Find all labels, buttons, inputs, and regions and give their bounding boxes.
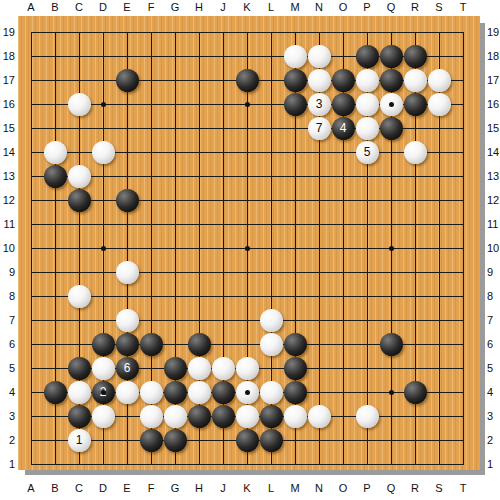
stone-black[interactable] <box>116 69 139 92</box>
row-label: 15 <box>0 116 15 140</box>
column-label: A <box>19 479 43 497</box>
column-label: P <box>355 479 379 497</box>
column-label: K <box>235 479 259 497</box>
column-label: B <box>43 479 67 497</box>
stone-black[interactable]: 6 <box>116 357 139 380</box>
coords-bottom: ABCDEFGHJKLMNOPQRST <box>19 479 475 497</box>
column-label: L <box>259 479 283 497</box>
stone-white[interactable]: 1 <box>68 429 91 452</box>
row-label: 14 <box>0 140 15 164</box>
column-label: D <box>91 0 115 16</box>
coords-top: ABCDEFGHJKLMNOPQRST <box>19 0 475 16</box>
stone-black[interactable] <box>68 189 91 212</box>
stone-white[interactable] <box>164 405 187 428</box>
star-point <box>101 390 106 395</box>
column-label: O <box>331 479 355 497</box>
row-label: 9 <box>487 260 500 284</box>
stone-white[interactable] <box>68 381 91 404</box>
stone-black[interactable] <box>188 405 211 428</box>
coords-left: 19181716151413121110987654321 <box>0 20 15 476</box>
column-label: R <box>403 479 427 497</box>
stone-black[interactable] <box>284 333 307 356</box>
column-label: G <box>163 0 187 16</box>
row-label: 15 <box>487 116 500 140</box>
stone-black[interactable]: 4 <box>332 117 355 140</box>
stone-white[interactable] <box>356 69 379 92</box>
column-label: S <box>427 0 451 16</box>
move-number-label: 7 <box>316 122 323 134</box>
stone-white[interactable] <box>92 405 115 428</box>
stone-black[interactable] <box>188 333 211 356</box>
column-label: Q <box>379 479 403 497</box>
move-number-label: 3 <box>316 98 323 110</box>
row-label: 19 <box>487 20 500 44</box>
column-label: R <box>403 0 427 16</box>
column-label: F <box>139 479 163 497</box>
stone-white[interactable] <box>428 69 451 92</box>
stone-black[interactable] <box>92 333 115 356</box>
column-label: T <box>451 479 475 497</box>
row-label: 10 <box>0 236 15 260</box>
stone-white[interactable] <box>308 405 331 428</box>
stone-black[interactable] <box>356 45 379 68</box>
column-label: S <box>427 479 451 497</box>
stone-white[interactable]: 7 <box>308 117 331 140</box>
stone-black[interactable] <box>212 405 235 428</box>
stone-white[interactable]: 3 <box>308 93 331 116</box>
stone-white[interactable] <box>116 381 139 404</box>
column-label: L <box>259 0 283 16</box>
column-label: J <box>211 479 235 497</box>
row-label: 3 <box>0 404 15 428</box>
stone-white[interactable] <box>404 141 427 164</box>
stone-white[interactable] <box>356 93 379 116</box>
row-label: 18 <box>0 44 15 68</box>
stone-white[interactable] <box>308 45 331 68</box>
row-label: 5 <box>0 356 15 380</box>
stone-black[interactable] <box>332 69 355 92</box>
column-label: H <box>187 479 211 497</box>
column-label: J <box>211 0 235 16</box>
row-label: 10 <box>487 236 500 260</box>
star-point <box>245 102 250 107</box>
row-label: 7 <box>487 308 500 332</box>
column-label: F <box>139 0 163 16</box>
stone-black[interactable] <box>404 93 427 116</box>
column-label: E <box>115 479 139 497</box>
row-label: 4 <box>0 380 15 404</box>
stone-white[interactable]: 5 <box>356 141 379 164</box>
stone-black[interactable] <box>116 189 139 212</box>
stone-white[interactable] <box>44 141 67 164</box>
stone-white[interactable] <box>140 405 163 428</box>
column-label: A <box>19 0 43 16</box>
row-label: 5 <box>487 356 500 380</box>
row-label: 1 <box>0 452 15 476</box>
row-label: 17 <box>487 68 500 92</box>
row-label: 2 <box>0 428 15 452</box>
row-label: 16 <box>487 92 500 116</box>
column-label: T <box>451 0 475 16</box>
go-board[interactable]: 4623751 <box>18 16 480 470</box>
stone-black[interactable] <box>284 357 307 380</box>
stone-black[interactable] <box>68 357 91 380</box>
stone-white[interactable] <box>116 309 139 332</box>
column-label: G <box>163 479 187 497</box>
row-label: 9 <box>0 260 15 284</box>
stone-black[interactable] <box>212 381 235 404</box>
row-label: 14 <box>487 140 500 164</box>
star-point <box>101 246 106 251</box>
stone-black[interactable] <box>284 69 307 92</box>
stone-black[interactable] <box>44 165 67 188</box>
row-label: 12 <box>0 188 15 212</box>
column-label: M <box>283 0 307 16</box>
row-label: 12 <box>487 188 500 212</box>
stone-white[interactable] <box>260 333 283 356</box>
stone-black[interactable] <box>332 93 355 116</box>
stone-white[interactable] <box>68 165 91 188</box>
column-label: C <box>67 0 91 16</box>
column-label: D <box>91 479 115 497</box>
stone-black[interactable] <box>284 93 307 116</box>
stone-black[interactable] <box>380 117 403 140</box>
stone-black[interactable] <box>404 381 427 404</box>
stone-white[interactable] <box>236 405 259 428</box>
stone-black[interactable] <box>236 69 259 92</box>
star-point <box>245 390 250 395</box>
stone-white[interactable] <box>284 45 307 68</box>
stone-white[interactable] <box>260 381 283 404</box>
stone-black[interactable] <box>260 429 283 452</box>
column-label: K <box>235 0 259 16</box>
stone-black[interactable] <box>380 69 403 92</box>
stone-white[interactable] <box>68 285 91 308</box>
row-label: 6 <box>487 332 500 356</box>
stone-white[interactable] <box>92 141 115 164</box>
stone-white[interactable] <box>140 381 163 404</box>
row-label: 8 <box>487 284 500 308</box>
row-label: 13 <box>487 164 500 188</box>
stone-white[interactable] <box>284 405 307 428</box>
column-label: B <box>43 0 67 16</box>
stone-white[interactable] <box>116 261 139 284</box>
stone-black[interactable] <box>380 333 403 356</box>
stone-white[interactable] <box>356 405 379 428</box>
stone-black[interactable] <box>116 333 139 356</box>
row-label: 7 <box>0 308 15 332</box>
row-label: 4 <box>487 380 500 404</box>
stone-black[interactable] <box>68 405 91 428</box>
row-label: 11 <box>0 212 15 236</box>
stone-black[interactable] <box>164 429 187 452</box>
stone-black[interactable] <box>140 333 163 356</box>
go-app-page: ABCDEFGHJKLMNOPQRST ABCDEFGHJKLMNOPQRST … <box>0 0 500 500</box>
star-point <box>389 390 394 395</box>
row-label: 1 <box>487 452 500 476</box>
move-number-label: 4 <box>340 122 347 134</box>
stone-black[interactable] <box>140 429 163 452</box>
stone-white[interactable] <box>188 381 211 404</box>
column-label: C <box>67 479 91 497</box>
stone-black[interactable] <box>236 429 259 452</box>
star-point <box>245 246 250 251</box>
star-point <box>389 102 394 107</box>
stone-white[interactable] <box>92 357 115 380</box>
column-label: N <box>307 479 331 497</box>
move-number-label: 1 <box>76 434 83 446</box>
row-label: 19 <box>0 20 15 44</box>
column-label: O <box>331 0 355 16</box>
stone-white[interactable] <box>428 93 451 116</box>
column-label: N <box>307 0 331 16</box>
star-point <box>101 102 106 107</box>
row-label: 3 <box>487 404 500 428</box>
stone-black[interactable] <box>260 405 283 428</box>
column-label: M <box>283 479 307 497</box>
row-label: 18 <box>487 44 500 68</box>
stone-black[interactable] <box>404 45 427 68</box>
row-label: 11 <box>487 212 500 236</box>
move-number-label: 5 <box>364 146 371 158</box>
stone-black[interactable] <box>380 45 403 68</box>
row-label: 6 <box>0 332 15 356</box>
column-label: H <box>187 0 211 16</box>
coords-right: 19181716151413121110987654321 <box>487 20 500 476</box>
column-label: P <box>355 0 379 16</box>
stone-white[interactable] <box>188 357 211 380</box>
column-label: E <box>115 0 139 16</box>
stone-black[interactable] <box>164 357 187 380</box>
star-point <box>389 246 394 251</box>
stone-black[interactable] <box>44 381 67 404</box>
stone-white[interactable] <box>356 117 379 140</box>
stone-white[interactable] <box>236 357 259 380</box>
stone-white[interactable] <box>212 357 235 380</box>
row-label: 17 <box>0 68 15 92</box>
stone-white[interactable] <box>404 69 427 92</box>
stone-white[interactable] <box>308 69 331 92</box>
row-label: 2 <box>487 428 500 452</box>
row-label: 8 <box>0 284 15 308</box>
stone-white[interactable] <box>68 93 91 116</box>
column-label: Q <box>379 0 403 16</box>
row-label: 16 <box>0 92 15 116</box>
move-number-label: 6 <box>124 362 131 374</box>
stone-white[interactable] <box>260 309 283 332</box>
row-label: 13 <box>0 164 15 188</box>
stone-black[interactable] <box>284 381 307 404</box>
stone-black[interactable] <box>164 381 187 404</box>
